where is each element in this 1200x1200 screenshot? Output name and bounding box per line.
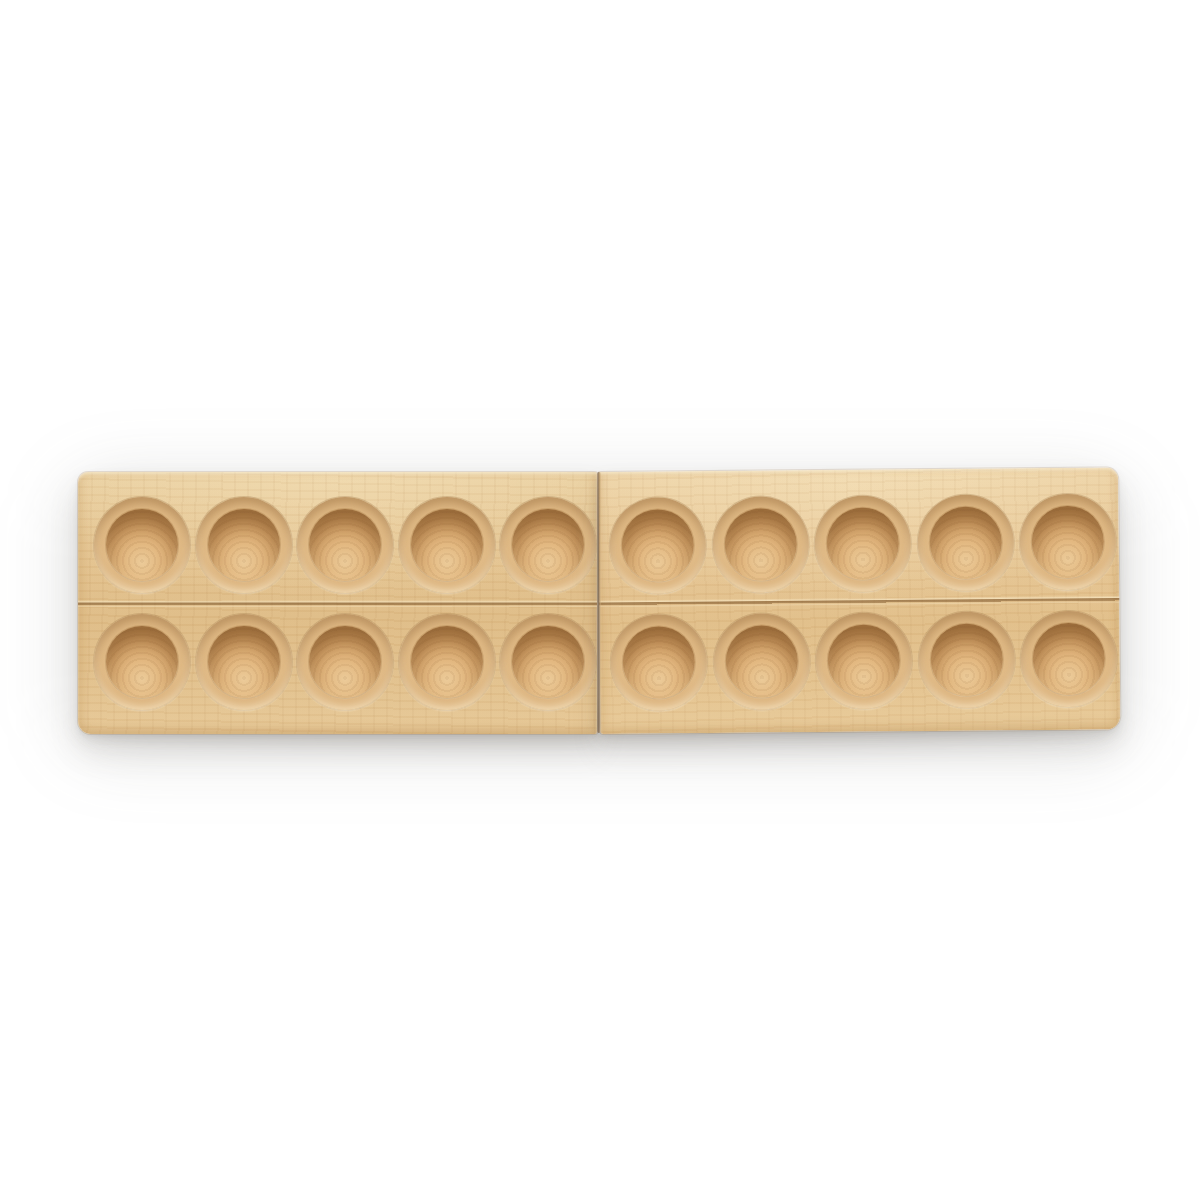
pit-bowl — [1031, 506, 1104, 579]
pit-r0-c2[interactable] — [297, 497, 393, 593]
pit-bowl — [411, 509, 483, 581]
pit-r0-c7[interactable] — [814, 495, 911, 592]
pit-bowl — [930, 623, 1003, 696]
pit-r1-c9[interactable] — [1020, 610, 1117, 707]
pit-r0-c8[interactable] — [917, 494, 1014, 591]
pit-r1-c5[interactable] — [610, 614, 707, 711]
pit-r1-c7[interactable] — [815, 612, 912, 709]
pit-bowl — [725, 625, 798, 698]
pit-r0-c1[interactable] — [196, 497, 292, 593]
pit-r0-c5[interactable] — [609, 497, 706, 594]
pit-r1-c8[interactable] — [918, 611, 1015, 708]
pit-bowl — [623, 626, 696, 699]
pit-r0-c9[interactable] — [1019, 493, 1116, 590]
half-seam-line — [597, 472, 601, 733]
pit-bowl — [309, 509, 381, 581]
pit-bowl — [724, 508, 797, 581]
pit-bowl — [1033, 623, 1106, 696]
pit-bowl — [106, 626, 178, 698]
pit-r1-c2[interactable] — [297, 614, 393, 710]
pit-bowl — [106, 509, 178, 581]
pit-bowl — [411, 626, 483, 698]
pit-r1-c3[interactable] — [399, 614, 495, 710]
pit-r1-c4[interactable] — [500, 614, 596, 710]
pit-bowl — [512, 509, 584, 581]
pit-r1-c6[interactable] — [713, 613, 810, 710]
pit-bowl — [512, 626, 584, 698]
board-half-left — [78, 472, 597, 734]
pit-r0-c3[interactable] — [399, 497, 495, 593]
pit-bowl — [208, 509, 280, 581]
row-divider-groove-right — [599, 595, 1119, 607]
row-divider-groove-left — [78, 600, 597, 607]
pit-r0-c6[interactable] — [712, 496, 809, 593]
pit-bowl — [622, 509, 695, 582]
pit-r0-c0[interactable] — [94, 497, 190, 593]
pit-bowl — [929, 506, 1002, 579]
pit-r0-c4[interactable] — [500, 497, 596, 593]
pit-r1-c0[interactable] — [94, 614, 190, 710]
pit-r1-c1[interactable] — [196, 614, 292, 710]
mancala-board — [78, 472, 1120, 734]
pit-bowl — [309, 626, 381, 698]
pit-bowl — [826, 507, 899, 580]
pit-bowl — [208, 626, 280, 698]
pit-bowl — [828, 624, 901, 697]
board-half-right — [598, 467, 1120, 734]
